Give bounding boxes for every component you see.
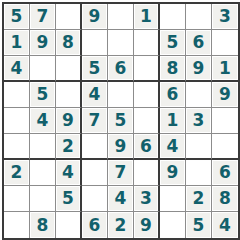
sudoku-board-wrapper: 5791319856456891546949751329642479654328… (2, 2, 240, 240)
cell-r8c8[interactable]: 2 (186, 186, 212, 212)
cell-r1c3[interactable] (56, 4, 82, 30)
cell-r3c3[interactable] (56, 56, 82, 82)
cell-r1c4[interactable]: 9 (82, 4, 108, 30)
cell-r4c6[interactable] (134, 82, 160, 108)
cell-r4c5[interactable] (108, 82, 134, 108)
cell-r2c6[interactable] (134, 30, 160, 56)
cell-r4c2[interactable]: 5 (30, 82, 56, 108)
cell-r9c9[interactable]: 4 (212, 212, 238, 238)
cell-r7c8[interactable] (186, 160, 212, 186)
cell-r3c9[interactable]: 1 (212, 56, 238, 82)
cell-r8c9[interactable]: 8 (212, 186, 238, 212)
cell-r3c8[interactable]: 9 (186, 56, 212, 82)
cell-r5c8[interactable]: 3 (186, 108, 212, 134)
cell-r3c6[interactable] (134, 56, 160, 82)
cell-r2c5[interactable] (108, 30, 134, 56)
cell-r6c7[interactable]: 4 (160, 134, 186, 160)
cell-r2c8[interactable]: 6 (186, 30, 212, 56)
cell-r8c3[interactable]: 5 (56, 186, 82, 212)
cell-r9c5[interactable]: 2 (108, 212, 134, 238)
cell-r4c1[interactable] (4, 82, 30, 108)
cell-r4c7[interactable]: 6 (160, 82, 186, 108)
cell-r7c3[interactable]: 4 (56, 160, 82, 186)
cell-r4c9[interactable]: 9 (212, 82, 238, 108)
cell-r1c1[interactable]: 5 (4, 4, 30, 30)
cell-r6c5[interactable]: 9 (108, 134, 134, 160)
cell-r3c5[interactable]: 6 (108, 56, 134, 82)
cell-r2c3[interactable]: 8 (56, 30, 82, 56)
cell-r6c6[interactable]: 6 (134, 134, 160, 160)
cell-r6c4[interactable] (82, 134, 108, 160)
cell-r1c9[interactable]: 3 (212, 4, 238, 30)
cell-r8c5[interactable]: 4 (108, 186, 134, 212)
cell-r7c4[interactable] (82, 160, 108, 186)
cell-r7c6[interactable] (134, 160, 160, 186)
cell-r8c4[interactable] (82, 186, 108, 212)
cell-r9c1[interactable] (4, 212, 30, 238)
cell-r1c5[interactable] (108, 4, 134, 30)
cell-r4c8[interactable] (186, 82, 212, 108)
cell-r6c2[interactable] (30, 134, 56, 160)
cell-r9c4[interactable]: 6 (82, 212, 108, 238)
cell-r7c5[interactable]: 7 (108, 160, 134, 186)
cell-r5c4[interactable]: 7 (82, 108, 108, 134)
cell-r4c3[interactable] (56, 82, 82, 108)
cell-r5c6[interactable] (134, 108, 160, 134)
cell-r6c3[interactable]: 2 (56, 134, 82, 160)
cell-r2c2[interactable]: 9 (30, 30, 56, 56)
cell-r8c2[interactable] (30, 186, 56, 212)
cell-r5c5[interactable]: 5 (108, 108, 134, 134)
cell-r9c3[interactable] (56, 212, 82, 238)
cell-r9c6[interactable]: 9 (134, 212, 160, 238)
cell-r9c7[interactable] (160, 212, 186, 238)
cell-r8c7[interactable] (160, 186, 186, 212)
cell-r1c2[interactable]: 7 (30, 4, 56, 30)
cell-r8c1[interactable] (4, 186, 30, 212)
cell-r7c1[interactable]: 2 (4, 160, 30, 186)
cell-r7c9[interactable]: 6 (212, 160, 238, 186)
cell-r7c7[interactable]: 9 (160, 160, 186, 186)
cell-r5c3[interactable]: 9 (56, 108, 82, 134)
cell-r9c2[interactable]: 8 (30, 212, 56, 238)
cell-r9c8[interactable]: 5 (186, 212, 212, 238)
cell-r6c9[interactable] (212, 134, 238, 160)
cell-r1c6[interactable]: 1 (134, 4, 160, 30)
cell-r1c7[interactable] (160, 4, 186, 30)
cell-r5c9[interactable] (212, 108, 238, 134)
cell-r8c6[interactable]: 3 (134, 186, 160, 212)
cell-r5c2[interactable]: 4 (30, 108, 56, 134)
cell-r3c2[interactable] (30, 56, 56, 82)
cell-r3c1[interactable]: 4 (4, 56, 30, 82)
cell-r6c1[interactable] (4, 134, 30, 160)
sudoku-board: 5791319856456891546949751329642479654328… (2, 2, 240, 240)
cell-r4c4[interactable]: 4 (82, 82, 108, 108)
cell-r2c4[interactable] (82, 30, 108, 56)
cell-r6c8[interactable] (186, 134, 212, 160)
cell-r1c8[interactable] (186, 4, 212, 30)
cell-r3c4[interactable]: 5 (82, 56, 108, 82)
cell-r2c7[interactable]: 5 (160, 30, 186, 56)
cell-r5c7[interactable]: 1 (160, 108, 186, 134)
cell-r2c1[interactable]: 1 (4, 30, 30, 56)
cell-r7c2[interactable] (30, 160, 56, 186)
cell-r5c1[interactable] (4, 108, 30, 134)
cell-r3c7[interactable]: 8 (160, 56, 186, 82)
cell-r2c9[interactable] (212, 30, 238, 56)
